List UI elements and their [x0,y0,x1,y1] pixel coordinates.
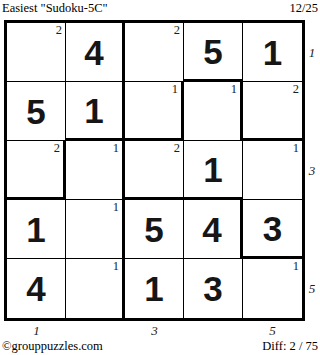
cell-r5c3[interactable]: 1 [125,259,184,318]
pencil-mark: 1 [113,200,119,215]
pencil-mark: 2 [56,23,62,38]
sudoku-board: 2425151112212111154341131 [4,20,305,321]
cell-r1c2[interactable]: 4 [66,23,125,82]
given-digit: 3 [203,271,222,306]
cell-r2c3[interactable]: 1 [125,82,184,141]
cell-r2c1[interactable]: 5 [7,82,66,141]
given-digit: 4 [84,35,103,70]
given-digit: 3 [263,211,282,246]
cell-r1c1[interactable]: 2 [7,23,66,82]
given-digit: 1 [203,152,222,187]
cell-r4c4[interactable]: 4 [184,200,243,259]
cell-r5c4[interactable]: 3 [184,259,243,318]
cell-r1c3[interactable]: 2 [125,23,184,82]
cell-r5c1[interactable]: 4 [7,259,66,318]
cell-r4c2[interactable]: 1 [66,200,125,259]
cell-r2c2[interactable]: 1 [66,82,125,141]
cell-r1c5[interactable]: 1 [243,23,302,82]
cell-r4c5[interactable]: 3 [243,200,302,259]
given-digit: 1 [144,271,163,306]
pencil-mark: 1 [293,259,299,274]
given-digit: 4 [202,212,221,247]
given-digit: 1 [26,212,45,247]
pencil-mark: 2 [174,23,180,38]
pencil-mark: 2 [293,82,299,97]
given-digit: 1 [84,93,103,128]
col-label-1: 1 [31,323,43,339]
pencil-mark: 1 [113,259,119,274]
puzzle-page: Easiest "Sudoku-5C" 12/25 24251511122121… [0,0,320,355]
puzzle-number: 12/25 [290,1,318,16]
given-digit: 4 [26,271,45,306]
cell-r3c5[interactable]: 1 [243,141,302,200]
pencil-mark: 1 [231,82,237,97]
row-label-5: 5 [306,281,318,297]
col-label-3: 3 [149,323,161,339]
cell-r1c4[interactable]: 5 [184,23,243,82]
cell-r5c5[interactable]: 1 [243,259,302,318]
cell-r4c1[interactable]: 1 [7,200,66,259]
pencil-mark: 2 [54,141,60,156]
cell-r3c1[interactable]: 2 [7,141,66,200]
given-digit: 5 [26,94,45,129]
difficulty-text: Diff: 2 / 75 [262,339,318,354]
cell-r3c2[interactable]: 1 [66,141,125,200]
row-label-3: 3 [306,163,318,179]
pencil-mark: 1 [293,141,299,156]
given-digit: 5 [144,212,163,247]
cell-r3c4[interactable]: 1 [184,141,243,200]
puzzle-title: Easiest "Sudoku-5C" [2,1,108,16]
given-digit: 5 [203,34,222,69]
given-digit: 1 [263,35,282,70]
pencil-mark: 1 [172,82,178,97]
row-label-1: 1 [306,45,318,61]
cell-r5c2[interactable]: 1 [66,259,125,318]
cell-r2c5[interactable]: 2 [243,82,302,141]
cell-r2c4[interactable]: 1 [184,82,243,141]
pencil-mark: 2 [174,141,180,156]
col-label-5: 5 [267,323,279,339]
cell-r3c3[interactable]: 2 [125,141,184,200]
pencil-mark: 1 [113,141,119,156]
copyright-text: ©grouppuzzles.com [2,339,103,354]
cell-r4c3[interactable]: 5 [125,200,184,259]
